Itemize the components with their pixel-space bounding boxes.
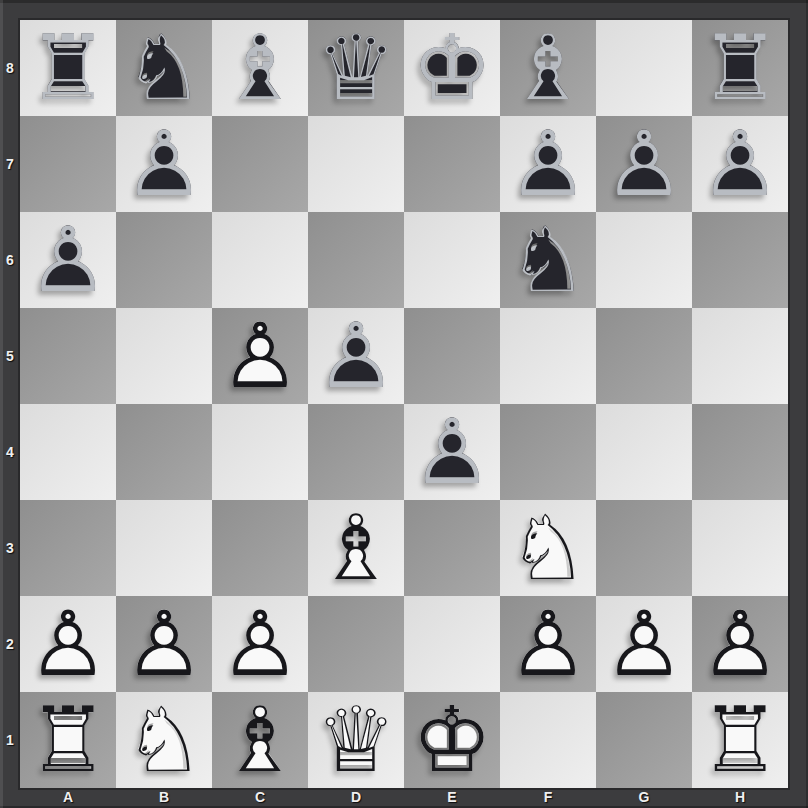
piece-white-pawn-c5[interactable]: ♟♙: [212, 308, 308, 404]
square-c1[interactable]: ♝♗: [212, 692, 308, 788]
black-queen-outline-icon: ♕: [308, 20, 404, 116]
file-label-d: D: [308, 788, 404, 808]
square-h6[interactable]: [692, 212, 788, 308]
square-a1[interactable]: ♜♖: [20, 692, 116, 788]
white-bishop-icon: ♝: [308, 500, 404, 596]
square-e4[interactable]: ♟♙: [404, 404, 500, 500]
piece-white-pawn-f2[interactable]: ♟♙: [500, 596, 596, 692]
white-rook-outline-icon: ♖: [692, 692, 788, 788]
white-pawn-icon: ♟: [596, 596, 692, 692]
square-a6[interactable]: ♟♙: [20, 212, 116, 308]
file-label-f: F: [500, 788, 596, 808]
black-pawn-icon: ♟: [20, 212, 116, 308]
black-pawn-icon: ♟: [500, 116, 596, 212]
black-rook-icon: ♜: [692, 20, 788, 116]
white-pawn-icon: ♟: [500, 596, 596, 692]
white-king-icon: ♚: [404, 692, 500, 788]
square-g4[interactable]: [596, 404, 692, 500]
rank-label-4: 4: [0, 404, 20, 500]
square-g7[interactable]: ♟♙: [596, 116, 692, 212]
rank-label-3: 3: [0, 500, 20, 596]
rank-label-1: 1: [0, 692, 20, 788]
square-b8[interactable]: ♞♘: [116, 20, 212, 116]
file-label-b: B: [116, 788, 212, 808]
square-b4[interactable]: [116, 404, 212, 500]
black-knight-icon: ♞: [500, 212, 596, 308]
square-g1[interactable]: [596, 692, 692, 788]
square-d1[interactable]: ♛♕: [308, 692, 404, 788]
square-e6[interactable]: [404, 212, 500, 308]
black-rook-outline-icon: ♖: [692, 20, 788, 116]
square-h1[interactable]: ♜♖: [692, 692, 788, 788]
white-pawn-outline-icon: ♙: [692, 596, 788, 692]
rank-label-6: 6: [0, 212, 20, 308]
white-rook-icon: ♜: [692, 692, 788, 788]
square-e3[interactable]: [404, 500, 500, 596]
square-h2[interactable]: ♟♙: [692, 596, 788, 692]
square-h5[interactable]: [692, 308, 788, 404]
square-h3[interactable]: [692, 500, 788, 596]
square-h7[interactable]: ♟♙: [692, 116, 788, 212]
black-pawn-icon: ♟: [116, 116, 212, 212]
black-knight-outline-icon: ♘: [116, 20, 212, 116]
square-c4[interactable]: [212, 404, 308, 500]
piece-white-pawn-c2[interactable]: ♟♙: [212, 596, 308, 692]
black-pawn-icon: ♟: [596, 116, 692, 212]
piece-white-king-e1[interactable]: ♚♔: [404, 692, 500, 788]
piece-black-pawn-a6[interactable]: ♟♙: [20, 212, 116, 308]
black-bishop-outline-icon: ♗: [212, 20, 308, 116]
square-d4[interactable]: [308, 404, 404, 500]
piece-black-pawn-f7[interactable]: ♟♙: [500, 116, 596, 212]
square-f4[interactable]: [500, 404, 596, 500]
black-pawn-outline-icon: ♙: [20, 212, 116, 308]
white-queen-icon: ♛: [308, 692, 404, 788]
file-label-e: E: [404, 788, 500, 808]
black-pawn-outline-icon: ♙: [596, 116, 692, 212]
square-c7[interactable]: [212, 116, 308, 212]
black-pawn-outline-icon: ♙: [692, 116, 788, 212]
piece-white-pawn-b2[interactable]: ♟♙: [116, 596, 212, 692]
square-b6[interactable]: [116, 212, 212, 308]
piece-black-knight-f6[interactable]: ♞♘: [500, 212, 596, 308]
square-c6[interactable]: [212, 212, 308, 308]
white-pawn-outline-icon: ♙: [596, 596, 692, 692]
chess-board-frame: 87654321 ♜♖♞♘♝♗♛♕♚♔♝♗♜♖♟♙♟♙♟♙♟♙♟♙♞♘♟♙♟♙♟…: [0, 0, 808, 808]
square-c8[interactable]: ♝♗: [212, 20, 308, 116]
white-pawn-icon: ♟: [212, 308, 308, 404]
square-e8[interactable]: ♚♔: [404, 20, 500, 116]
piece-black-rook-a8[interactable]: ♜♖: [20, 20, 116, 116]
square-e5[interactable]: [404, 308, 500, 404]
square-b3[interactable]: [116, 500, 212, 596]
white-pawn-icon: ♟: [212, 596, 308, 692]
square-f5[interactable]: [500, 308, 596, 404]
piece-black-pawn-d5[interactable]: ♟♙: [308, 308, 404, 404]
black-rook-icon: ♜: [20, 20, 116, 116]
black-knight-icon: ♞: [116, 20, 212, 116]
white-knight-icon: ♞: [500, 500, 596, 596]
file-label-h: H: [692, 788, 788, 808]
rank-label-7: 7: [0, 116, 20, 212]
black-pawn-outline-icon: ♙: [116, 116, 212, 212]
black-pawn-outline-icon: ♙: [308, 308, 404, 404]
black-bishop-icon: ♝: [212, 20, 308, 116]
square-c3[interactable]: [212, 500, 308, 596]
square-b5[interactable]: [116, 308, 212, 404]
white-pawn-icon: ♟: [20, 596, 116, 692]
square-a4[interactable]: [20, 404, 116, 500]
white-knight-outline-icon: ♘: [500, 500, 596, 596]
piece-black-bishop-f8[interactable]: ♝♗: [500, 20, 596, 116]
white-pawn-outline-icon: ♙: [20, 596, 116, 692]
white-king-outline-icon: ♔: [404, 692, 500, 788]
piece-black-king-e8[interactable]: ♚♔: [404, 20, 500, 116]
file-label-g: G: [596, 788, 692, 808]
piece-black-rook-h8[interactable]: ♜♖: [692, 20, 788, 116]
piece-white-pawn-g2[interactable]: ♟♙: [596, 596, 692, 692]
piece-white-knight-b1[interactable]: ♞♘: [116, 692, 212, 788]
square-f6[interactable]: ♞♘: [500, 212, 596, 308]
rank-label-5: 5: [0, 308, 20, 404]
square-a2[interactable]: ♟♙: [20, 596, 116, 692]
white-bishop-icon: ♝: [212, 692, 308, 788]
rank-labels: 87654321: [0, 20, 20, 788]
square-f3[interactable]: ♞♘: [500, 500, 596, 596]
white-queen-outline-icon: ♕: [308, 692, 404, 788]
square-f7[interactable]: ♟♙: [500, 116, 596, 212]
piece-white-queen-d1[interactable]: ♛♕: [308, 692, 404, 788]
black-king-outline-icon: ♔: [404, 20, 500, 116]
file-labels: ABCDEFGH: [20, 788, 788, 808]
chess-board[interactable]: ♜♖♞♘♝♗♛♕♚♔♝♗♜♖♟♙♟♙♟♙♟♙♟♙♞♘♟♙♟♙♟♙♝♗♞♘♟♙♟♙…: [20, 20, 788, 788]
square-d3[interactable]: ♝♗: [308, 500, 404, 596]
square-g3[interactable]: [596, 500, 692, 596]
piece-black-queen-d8[interactable]: ♛♕: [308, 20, 404, 116]
black-pawn-outline-icon: ♙: [500, 116, 596, 212]
square-h8[interactable]: ♜♖: [692, 20, 788, 116]
white-pawn-outline-icon: ♙: [212, 308, 308, 404]
piece-white-bishop-d3[interactable]: ♝♗: [308, 500, 404, 596]
black-rook-outline-icon: ♖: [20, 20, 116, 116]
square-g6[interactable]: [596, 212, 692, 308]
square-e7[interactable]: [404, 116, 500, 212]
white-bishop-outline-icon: ♗: [212, 692, 308, 788]
white-pawn-outline-icon: ♙: [116, 596, 212, 692]
piece-black-pawn-h7[interactable]: ♟♙: [692, 116, 788, 212]
file-label-c: C: [212, 788, 308, 808]
square-a8[interactable]: ♜♖: [20, 20, 116, 116]
piece-white-knight-f3[interactable]: ♞♘: [500, 500, 596, 596]
piece-black-bishop-c8[interactable]: ♝♗: [212, 20, 308, 116]
black-pawn-icon: ♟: [308, 308, 404, 404]
black-queen-icon: ♛: [308, 20, 404, 116]
piece-black-knight-b8[interactable]: ♞♘: [116, 20, 212, 116]
square-b2[interactable]: ♟♙: [116, 596, 212, 692]
black-pawn-icon: ♟: [404, 404, 500, 500]
square-g2[interactable]: ♟♙: [596, 596, 692, 692]
piece-white-pawn-h2[interactable]: ♟♙: [692, 596, 788, 692]
black-king-icon: ♚: [404, 20, 500, 116]
black-bishop-outline-icon: ♗: [500, 20, 596, 116]
white-knight-outline-icon: ♘: [116, 692, 212, 788]
square-d5[interactable]: ♟♙: [308, 308, 404, 404]
square-g5[interactable]: [596, 308, 692, 404]
square-f1[interactable]: [500, 692, 596, 788]
piece-black-pawn-e4[interactable]: ♟♙: [404, 404, 500, 500]
square-e2[interactable]: [404, 596, 500, 692]
square-d6[interactable]: [308, 212, 404, 308]
square-a7[interactable]: [20, 116, 116, 212]
square-d2[interactable]: [308, 596, 404, 692]
square-d8[interactable]: ♛♕: [308, 20, 404, 116]
white-pawn-icon: ♟: [116, 596, 212, 692]
white-rook-icon: ♜: [20, 692, 116, 788]
white-pawn-icon: ♟: [692, 596, 788, 692]
rank-label-2: 2: [0, 596, 20, 692]
square-f8[interactable]: ♝♗: [500, 20, 596, 116]
white-pawn-outline-icon: ♙: [212, 596, 308, 692]
square-a5[interactable]: [20, 308, 116, 404]
square-h4[interactable]: [692, 404, 788, 500]
piece-black-pawn-b7[interactable]: ♟♙: [116, 116, 212, 212]
white-pawn-outline-icon: ♙: [500, 596, 596, 692]
square-a3[interactable]: [20, 500, 116, 596]
rank-label-8: 8: [0, 20, 20, 116]
piece-white-pawn-a2[interactable]: ♟♙: [20, 596, 116, 692]
square-c5[interactable]: ♟♙: [212, 308, 308, 404]
square-f2[interactable]: ♟♙: [500, 596, 596, 692]
square-b7[interactable]: ♟♙: [116, 116, 212, 212]
white-knight-icon: ♞: [116, 692, 212, 788]
piece-white-bishop-c1[interactable]: ♝♗: [212, 692, 308, 788]
black-pawn-icon: ♟: [692, 116, 788, 212]
black-pawn-outline-icon: ♙: [404, 404, 500, 500]
black-knight-outline-icon: ♘: [500, 212, 596, 308]
white-bishop-outline-icon: ♗: [308, 500, 404, 596]
square-e1[interactable]: ♚♔: [404, 692, 500, 788]
square-b1[interactable]: ♞♘: [116, 692, 212, 788]
piece-black-pawn-g7[interactable]: ♟♙: [596, 116, 692, 212]
white-rook-outline-icon: ♖: [20, 692, 116, 788]
piece-white-rook-a1[interactable]: ♜♖: [20, 692, 116, 788]
square-g8[interactable]: [596, 20, 692, 116]
piece-white-rook-h1[interactable]: ♜♖: [692, 692, 788, 788]
square-c2[interactable]: ♟♙: [212, 596, 308, 692]
file-label-a: A: [20, 788, 116, 808]
square-d7[interactable]: [308, 116, 404, 212]
black-bishop-icon: ♝: [500, 20, 596, 116]
